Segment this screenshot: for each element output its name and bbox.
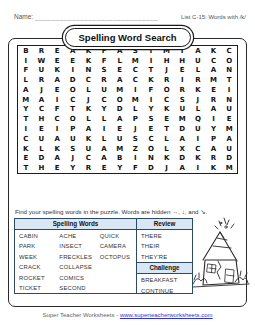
word-item: ACHE — [55, 231, 95, 241]
grid-cell: I — [143, 56, 159, 66]
grid-cell: M — [221, 163, 237, 173]
grid-cell: S — [128, 134, 144, 144]
word-item: BREAKFAST — [137, 275, 192, 285]
grid-cell: A — [206, 105, 222, 115]
grid-cell: W — [34, 56, 50, 66]
grid-cell: F — [96, 46, 112, 56]
grid-cell: E — [112, 66, 128, 76]
grid-cell: Q — [190, 114, 206, 124]
name-row: Name: ______________________________ — [14, 13, 158, 20]
grid-cell: I — [18, 56, 34, 66]
grid-cell: C — [159, 95, 175, 105]
word-item: CABIN — [15, 231, 55, 241]
footer-link[interactable]: www.superteacherworksheets.com — [120, 312, 213, 318]
grid-cell: K — [18, 144, 34, 154]
grid-cell: C — [96, 95, 112, 105]
grid-cell: F — [128, 163, 144, 173]
grid-cell: A — [49, 75, 65, 85]
grid-cell: J — [159, 163, 175, 173]
grid-cell: K — [81, 134, 97, 144]
grid-cell: L — [96, 134, 112, 144]
grid-cell: C — [206, 56, 222, 66]
grid-cell: I — [65, 66, 81, 76]
grid-cell: J — [81, 95, 97, 105]
grid-cell: F — [143, 85, 159, 95]
grid-cell: D — [65, 75, 81, 85]
footer-prefix: Super Teacher Worksheets - — [42, 312, 119, 318]
grid-cell: A — [174, 163, 190, 173]
grid-cell: U — [34, 134, 50, 144]
grid-cell: L — [190, 66, 206, 76]
grid-cell: T — [159, 124, 175, 134]
word-item: PARK — [15, 241, 55, 251]
grid-cell: I — [18, 124, 34, 134]
grid-cell: H — [159, 56, 175, 66]
word-item: TICKET — [15, 283, 55, 293]
grid-cell: L — [34, 144, 50, 154]
grid-cell: C — [18, 134, 34, 144]
grid-cell: E — [65, 56, 81, 66]
grid-cell: T — [18, 114, 34, 124]
grid-cell: O — [65, 85, 81, 95]
grid-cell: J — [65, 153, 81, 163]
word-item: THERE — [137, 231, 192, 241]
collapsing-house-icon — [191, 214, 251, 298]
challenge-words-column: BREAKFASTCONTINUE — [137, 274, 192, 296]
name-label: Name: — [14, 13, 33, 20]
word-item: INSECT — [55, 241, 95, 251]
grid-cell: B — [18, 46, 34, 56]
grid-cell: I — [96, 124, 112, 134]
grid-cell: U — [81, 144, 97, 154]
grid-cell: N — [81, 66, 97, 76]
spelling-words-header: Spelling Words — [15, 219, 136, 230]
grid-cell: S — [65, 144, 81, 154]
grid-cell: S — [96, 66, 112, 76]
grid-cell: U — [112, 134, 128, 144]
grid-cell: C — [49, 114, 65, 124]
grid-cell: T — [65, 105, 81, 115]
grid-cell: M — [174, 114, 190, 124]
grid-cell: R — [34, 46, 50, 56]
grid-cell: I — [49, 95, 65, 105]
grid-cell: K — [190, 153, 206, 163]
grid-cell: L — [81, 114, 97, 124]
grid-cell: A — [112, 75, 128, 85]
grid-cell: L — [159, 134, 175, 144]
word-item: FRECKLES — [55, 252, 95, 262]
letter-grid: BREAKFASTMTAKCIWEEKFLMIHHUCOFUKINSECTJEL… — [17, 45, 238, 174]
grid-cell: E — [49, 56, 65, 66]
grid-cell: E — [96, 163, 112, 173]
grid-cell: U — [221, 144, 237, 154]
grid-cell: Y — [96, 105, 112, 115]
grid-cell: Y — [112, 163, 128, 173]
grid-cell: D — [174, 153, 190, 163]
review-section: Review THERETHEIRTHEY'RE Challenge BREAK… — [137, 219, 192, 293]
grid-cell: A — [96, 153, 112, 163]
grid-cell: E — [221, 114, 237, 124]
grid-cell: E — [34, 124, 50, 134]
word-item: OCTOPUS — [96, 252, 136, 262]
grid-cell: R — [206, 153, 222, 163]
grid-cell: A — [49, 134, 65, 144]
grid-cell: I — [143, 95, 159, 105]
grid-cell: O — [112, 95, 128, 105]
review-header: Review — [137, 219, 192, 230]
grid-cell: M — [159, 46, 175, 56]
grid-cell: R — [206, 95, 222, 105]
grid-cell: D — [174, 124, 190, 134]
grid-cell: U — [190, 56, 206, 66]
spelling-words-columns: CABINPARKWEEKCRACKROCKETTICKET ACHEINSEC… — [15, 230, 136, 293]
grid-cell: I — [128, 85, 144, 95]
grid-cell: A — [96, 144, 112, 154]
grid-cell: A — [112, 46, 128, 56]
grid-cell: T — [143, 66, 159, 76]
word-item: COLLAPSE — [55, 262, 95, 272]
grid-cell: C — [81, 153, 97, 163]
word-item: CONTINUE — [137, 286, 192, 296]
grid-cell: T — [143, 46, 159, 56]
grid-cell: M — [128, 56, 144, 66]
grid-cell: I — [190, 163, 206, 173]
grid-cell: I — [206, 114, 222, 124]
grid-cell: E — [174, 66, 190, 76]
grid-cell: R — [159, 75, 175, 85]
worksheet-page: Name: ______________________________ Lis… — [0, 0, 255, 330]
grid-cell: H — [174, 56, 190, 66]
grid-cell: N — [221, 95, 237, 105]
grid-cell: Y — [18, 105, 34, 115]
word-item: THEY'RE — [137, 252, 192, 262]
word-item: WEEK — [15, 252, 55, 262]
grid-cell: E — [143, 124, 159, 134]
grid-cell: K — [81, 105, 97, 115]
grid-cell: T — [18, 163, 34, 173]
word-item: QUICK — [96, 231, 136, 241]
grid-cell: J — [34, 85, 50, 95]
grid-cell: S — [128, 46, 144, 56]
grid-cell: R — [81, 163, 97, 173]
grid-cell: U — [34, 66, 50, 76]
grid-cell: E — [159, 114, 175, 124]
grid-cell: D — [143, 163, 159, 173]
word-item: THEIR — [137, 241, 192, 251]
grid-cell: A — [34, 95, 50, 105]
grid-cell: M — [221, 124, 237, 134]
grid-cell: O — [221, 56, 237, 66]
grid-cell: A — [18, 85, 34, 95]
grid-cell: I — [221, 85, 237, 95]
word-item: ROCKET — [15, 273, 55, 283]
grid-cell: I — [128, 153, 144, 163]
grid-cell: I — [174, 75, 190, 85]
grid-cell: R — [174, 85, 190, 95]
grid-cell: M — [128, 95, 144, 105]
grid-cell: M — [112, 85, 128, 95]
grid-cell: O — [65, 114, 81, 124]
grid-cell: A — [65, 46, 81, 56]
word-table: Spelling Words CABINPARKWEEKCRACKROCKETT… — [14, 218, 193, 294]
grid-cell: U — [221, 105, 237, 115]
grid-cell: A — [174, 134, 190, 144]
grid-cell: H — [34, 163, 50, 173]
grid-cell: O — [143, 144, 159, 154]
challenge-header: Challenge — [137, 262, 192, 274]
grid-cell: R — [96, 75, 112, 85]
grid-cell: U — [65, 134, 81, 144]
grid-cell: C — [190, 144, 206, 154]
grid-cell: D — [112, 105, 128, 115]
grid-cell: C — [221, 46, 237, 56]
page-title: Spelling Word Search — [64, 28, 190, 47]
spelling-words-column-3: QUICKCAMERAOCTOPUS — [96, 230, 136, 293]
grid-cell: U — [96, 85, 112, 95]
grid-cell: R — [34, 75, 50, 85]
grid-cell: X — [174, 144, 190, 154]
grid-cell: F — [49, 105, 65, 115]
grid-cell: M — [112, 144, 128, 154]
grid-cell: J — [128, 124, 144, 134]
grid-cell: K — [206, 163, 222, 173]
grid-cell: O — [159, 85, 175, 95]
grid-cell: E — [49, 85, 65, 95]
grid-cell: K — [190, 85, 206, 95]
grid-cell: I — [190, 134, 206, 144]
grid-cell: F — [18, 66, 34, 76]
grid-cell: A — [81, 124, 97, 134]
grid-cell: M — [206, 75, 222, 85]
grid-cell: Y — [206, 124, 222, 134]
name-blank-line[interactable]: ______________________________ — [35, 13, 158, 20]
grid-cell: E — [18, 153, 34, 163]
grid-cell: L — [96, 114, 112, 124]
grid-cell: N — [221, 66, 237, 76]
word-item: CRACK — [15, 262, 55, 272]
footer-credit: Super Teacher Worksheets - www.superteac… — [0, 312, 255, 318]
grid-cell: A — [206, 66, 222, 76]
grid-cell: N — [143, 153, 159, 163]
grid-cell: I — [49, 124, 65, 134]
grid-cell: T — [221, 75, 237, 85]
grid-cell: E — [49, 46, 65, 56]
grid-cell: K — [81, 46, 97, 56]
grid-cell: U — [174, 105, 190, 115]
grid-cell: F — [96, 56, 112, 66]
grid-cell: J — [159, 66, 175, 76]
grid-cell: K — [159, 153, 175, 163]
grid-cell: E — [206, 85, 222, 95]
grid-cell: S — [174, 95, 190, 105]
grid-cell: J — [190, 95, 206, 105]
grid-cell: L — [81, 85, 97, 95]
grid-cell: K — [206, 46, 222, 56]
grid-cell: C — [143, 134, 159, 144]
grid-cell: S — [143, 114, 159, 124]
grid-cell: P — [65, 124, 81, 134]
spelling-words-section: Spelling Words CABINPARKWEEKCRACKROCKETT… — [15, 219, 137, 293]
spelling-words-column-1: CABINPARKWEEKCRACKROCKETTICKET — [15, 230, 55, 293]
grid-cell: E — [112, 124, 128, 134]
grid-cell: Y — [143, 105, 159, 115]
grid-cell: A — [206, 144, 222, 154]
grid-cell: P — [206, 134, 222, 144]
grid-cell: C — [128, 66, 144, 76]
word-item: COMICS — [55, 273, 95, 283]
grid-cell: L — [128, 105, 144, 115]
grid-cell: Z — [128, 144, 144, 154]
grid-cell: K — [49, 66, 65, 76]
grid-cell: Y — [65, 163, 81, 173]
grid-cell: K — [81, 56, 97, 66]
spelling-words-column-2: ACHEINSECTFRECKLESCOLLAPSECOMICSSECOND — [55, 230, 95, 293]
word-item: SECOND — [55, 283, 95, 293]
grid-cell: D — [221, 153, 237, 163]
grid-cell: U — [190, 124, 206, 134]
grid-cell: E — [49, 163, 65, 173]
grid-cell: L — [112, 56, 128, 66]
grid-cell: A — [112, 114, 128, 124]
grid-cell: L — [18, 75, 34, 85]
grid-cell: K — [159, 105, 175, 115]
list-label: List C-15: Words with /k/ — [181, 14, 246, 20]
grid-cell: B — [112, 153, 128, 163]
grid-cell: L — [159, 144, 175, 154]
grid-cell: K — [49, 144, 65, 154]
grid-cell: T — [174, 46, 190, 56]
grid-cell: D — [34, 153, 50, 163]
word-item: CAMERA — [96, 241, 136, 251]
grid-cell: H — [34, 114, 50, 124]
grid-cell: A — [49, 153, 65, 163]
grid-cell: L — [190, 105, 206, 115]
grid-cell: A — [190, 46, 206, 56]
grid-cell: P — [128, 114, 144, 124]
grid-cell: C — [34, 105, 50, 115]
grid-cell: C — [81, 75, 97, 85]
grid-cell: C — [128, 75, 144, 85]
grid-cell: C — [65, 95, 81, 105]
review-words-column: THERETHEIRTHEY'RE — [137, 230, 192, 262]
grid-cell: A — [221, 134, 237, 144]
grid-cell: R — [190, 75, 206, 85]
grid-cell: M — [18, 95, 34, 105]
grid-cell: K — [143, 75, 159, 85]
